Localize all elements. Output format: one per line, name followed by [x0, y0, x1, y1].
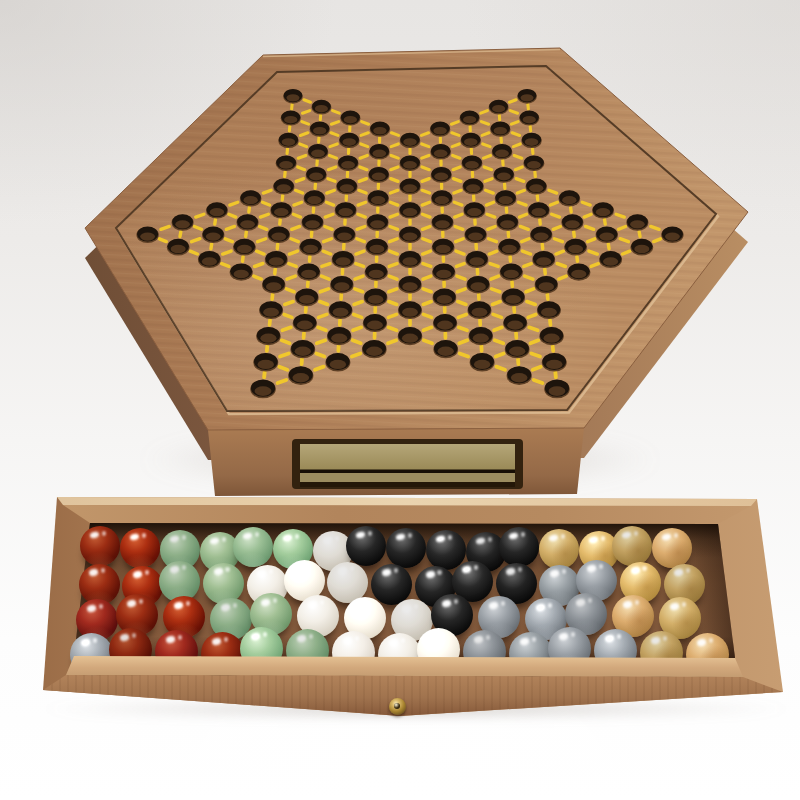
- marble-green: [233, 527, 273, 567]
- brass-knob: [389, 698, 406, 715]
- marble-black: [386, 528, 426, 568]
- marble-black: [346, 526, 386, 566]
- marble-red: [120, 528, 160, 568]
- marble-green: [203, 563, 244, 604]
- drawer-front-rim: [66, 656, 743, 677]
- marble-red: [80, 526, 120, 566]
- marble-yellow: [652, 528, 692, 568]
- marble-black: [499, 527, 539, 567]
- photo-backdrop: { "scene": { "description": "Product pho…: [0, 0, 800, 800]
- marble-yellow: [539, 529, 579, 569]
- marble-yellow: [612, 526, 652, 566]
- marble-black: [371, 564, 412, 605]
